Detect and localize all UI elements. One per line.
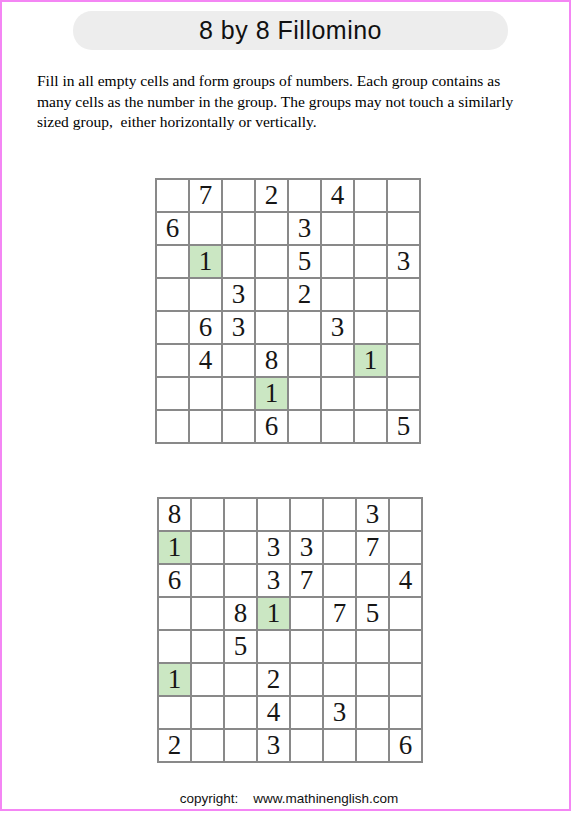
cell-r6c4-given: 8	[256, 345, 287, 376]
cell-r4c8[interactable]	[390, 598, 421, 629]
cell-r4c6[interactable]	[322, 279, 353, 310]
cell-r2c2[interactable]	[192, 532, 223, 563]
cell-r7c4-given: 4	[258, 697, 289, 728]
cell-r1c6[interactable]	[324, 499, 355, 530]
cell-r4c7[interactable]	[355, 279, 386, 310]
cell-r5c7[interactable]	[357, 631, 388, 662]
cell-r2c4-given: 3	[258, 532, 289, 563]
cell-r5c4[interactable]	[258, 631, 289, 662]
cell-r8c5[interactable]	[289, 411, 320, 442]
cell-r1c5[interactable]	[291, 499, 322, 530]
cell-r7c3[interactable]	[223, 378, 254, 409]
cell-r4c6-given: 7	[324, 598, 355, 629]
cell-r5c2-given: 6	[190, 312, 221, 343]
cell-r4c3-given: 3	[223, 279, 254, 310]
cell-r2c3[interactable]	[225, 532, 256, 563]
cell-r5c8[interactable]	[388, 312, 419, 343]
page-title: 8 by 8 Fillomino	[199, 16, 382, 45]
cell-r7c6[interactable]	[322, 378, 353, 409]
cell-r1c8[interactable]	[388, 180, 419, 211]
cell-r6c8[interactable]	[390, 664, 421, 695]
cell-r8c3[interactable]	[223, 411, 254, 442]
cell-r4c4-given: 1	[258, 598, 289, 629]
cell-r1c2-given: 7	[190, 180, 221, 211]
copyright: copyright: www.mathinenglish.com	[0, 791, 578, 806]
cell-r6c1-given: 1	[159, 664, 190, 695]
cell-r6c7[interactable]	[357, 664, 388, 695]
cell-r2c4[interactable]	[256, 213, 287, 244]
cell-r1c5[interactable]	[289, 180, 320, 211]
cell-r7c2[interactable]	[190, 378, 221, 409]
title-banner: 8 by 8 Fillomino	[73, 11, 508, 50]
cell-r1c7-given: 3	[357, 499, 388, 530]
cell-r8c4-given: 3	[258, 730, 289, 761]
cell-r4c5[interactable]	[291, 598, 322, 629]
cell-r7c5[interactable]	[289, 378, 320, 409]
cell-r6c5[interactable]	[291, 664, 322, 695]
cell-r7c7[interactable]	[357, 697, 388, 728]
copyright-label: copyright:	[180, 791, 239, 806]
cell-r1c8[interactable]	[390, 499, 421, 530]
cell-r7c8[interactable]	[390, 697, 421, 728]
cell-r8c8-given: 6	[390, 730, 421, 761]
cell-r1c6-given: 4	[322, 180, 353, 211]
cell-r8c4-given: 6	[256, 411, 287, 442]
cell-r4c8[interactable]	[388, 279, 419, 310]
cell-r8c6[interactable]	[322, 411, 353, 442]
cell-r6c4-given: 2	[258, 664, 289, 695]
cell-r5c1[interactable]	[157, 312, 188, 343]
cell-r5c8[interactable]	[390, 631, 421, 662]
cell-r3c2-given: 1	[190, 246, 221, 277]
cell-r1c1-given: 8	[159, 499, 190, 530]
cell-r6c6[interactable]	[324, 664, 355, 695]
cell-r1c1[interactable]	[157, 180, 188, 211]
cell-r4c7-given: 5	[357, 598, 388, 629]
cell-r7c1[interactable]	[159, 697, 190, 728]
cell-r5c5[interactable]	[289, 312, 320, 343]
cell-r1c7[interactable]	[355, 180, 386, 211]
cell-r7c3[interactable]	[225, 697, 256, 728]
cell-r6c5[interactable]	[289, 345, 320, 376]
cell-r4c3-given: 8	[225, 598, 256, 629]
cell-r3c5-given: 7	[291, 565, 322, 596]
cell-r1c3[interactable]	[225, 499, 256, 530]
cell-r8c7[interactable]	[357, 730, 388, 761]
instructions-line-2: many cells as the number in the group. T…	[37, 92, 557, 113]
cell-r6c6[interactable]	[322, 345, 353, 376]
cell-r7c5[interactable]	[291, 697, 322, 728]
fillomino-board-2: 8313376374817551243236	[157, 497, 423, 763]
cell-r5c3-given: 3	[223, 312, 254, 343]
instructions: Fill in all empty cells and form groups …	[37, 71, 557, 133]
instructions-line-1: Fill in all empty cells and form groups …	[37, 71, 557, 92]
cell-r3c7[interactable]	[355, 246, 386, 277]
cell-r2c7-given: 7	[357, 532, 388, 563]
cell-r2c8[interactable]	[388, 213, 419, 244]
cell-r8c6[interactable]	[324, 730, 355, 761]
cell-r2c1-given: 6	[157, 213, 188, 244]
cell-r5c4[interactable]	[256, 312, 287, 343]
cell-r8c2[interactable]	[192, 730, 223, 761]
fillomino-board-1: 7246315332633481165	[155, 178, 421, 444]
instructions-line-3: sized group, either horizontally or vert…	[37, 112, 557, 133]
cell-r8c2[interactable]	[190, 411, 221, 442]
cell-r5c3-given: 5	[225, 631, 256, 662]
cell-r4c2[interactable]	[192, 598, 223, 629]
cell-r7c6-given: 3	[324, 697, 355, 728]
cell-r6c2-given: 4	[190, 345, 221, 376]
cell-r3c7[interactable]	[357, 565, 388, 596]
cell-r3c6[interactable]	[322, 246, 353, 277]
cell-r6c2[interactable]	[192, 664, 223, 695]
cell-r8c5[interactable]	[291, 730, 322, 761]
cell-r5c6-given: 3	[322, 312, 353, 343]
cell-r8c7[interactable]	[355, 411, 386, 442]
cell-r2c5-given: 3	[289, 213, 320, 244]
cell-r1c4-given: 2	[256, 180, 287, 211]
cell-r1c3[interactable]	[223, 180, 254, 211]
copyright-site: www.mathinenglish.com	[253, 791, 398, 806]
worksheet-page: 8 by 8 Fillomino Fill in all empty cells…	[0, 0, 578, 818]
cell-r3c4-given: 3	[258, 565, 289, 596]
cell-r2c6[interactable]	[322, 213, 353, 244]
cell-r7c7[interactable]	[355, 378, 386, 409]
cell-r5c1[interactable]	[159, 631, 190, 662]
cell-r6c3[interactable]	[223, 345, 254, 376]
cell-r3c5-given: 5	[289, 246, 320, 277]
cell-r8c1[interactable]	[157, 411, 188, 442]
cell-r3c2[interactable]	[192, 565, 223, 596]
cell-r3c8-given: 3	[388, 246, 419, 277]
cell-r8c3[interactable]	[225, 730, 256, 761]
cell-r4c1[interactable]	[159, 598, 190, 629]
cell-r7c1[interactable]	[157, 378, 188, 409]
cell-r5c7[interactable]	[355, 312, 386, 343]
cell-r7c4-given: 1	[256, 378, 287, 409]
cell-r7c2[interactable]	[192, 697, 223, 728]
cell-r3c3[interactable]	[225, 565, 256, 596]
cell-r7c8[interactable]	[388, 378, 419, 409]
cell-r4c5-given: 2	[289, 279, 320, 310]
cell-r4c1[interactable]	[157, 279, 188, 310]
cell-r5c5[interactable]	[291, 631, 322, 662]
cell-r5c2[interactable]	[192, 631, 223, 662]
cell-r6c1[interactable]	[157, 345, 188, 376]
cell-r3c8-given: 4	[390, 565, 421, 596]
cell-r1c2[interactable]	[192, 499, 223, 530]
cell-r2c3[interactable]	[223, 213, 254, 244]
cell-r3c1-given: 6	[159, 565, 190, 596]
cell-r3c6[interactable]	[324, 565, 355, 596]
cell-r3c3[interactable]	[223, 246, 254, 277]
cell-r3c4[interactable]	[256, 246, 287, 277]
cell-r6c7-given: 1	[355, 345, 386, 376]
cell-r2c5-given: 3	[291, 532, 322, 563]
cell-r3c1[interactable]	[157, 246, 188, 277]
cell-r4c4[interactable]	[256, 279, 287, 310]
cell-r6c3[interactable]	[225, 664, 256, 695]
cell-r5c6[interactable]	[324, 631, 355, 662]
cell-r8c8-given: 5	[388, 411, 419, 442]
cell-r1c4[interactable]	[258, 499, 289, 530]
cell-r8c1-given: 2	[159, 730, 190, 761]
cell-r2c2[interactable]	[190, 213, 221, 244]
cell-r4c2[interactable]	[190, 279, 221, 310]
cell-r2c6[interactable]	[324, 532, 355, 563]
cell-r2c1-given: 1	[159, 532, 190, 563]
cell-r2c8[interactable]	[390, 532, 421, 563]
cell-r2c7[interactable]	[355, 213, 386, 244]
cell-r6c8[interactable]	[388, 345, 419, 376]
